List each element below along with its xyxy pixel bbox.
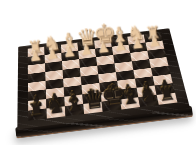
- square-r8c3: ♝: [65, 104, 84, 116]
- white-rook-piece: ♜: [26, 38, 45, 57]
- white-king-piece: ♚: [92, 21, 112, 49]
- square-r8c5: ♚: [102, 100, 122, 112]
- white-knight-piece: ♞: [42, 33, 61, 55]
- white-queen-piece: ♛: [75, 25, 95, 50]
- square-r7c1: ♟: [28, 99, 46, 111]
- white-knight-piece: ♞: [126, 23, 145, 45]
- product-photo-stage: ♜♞♝♛♚♝♞♜♟♟♟♟♟♟♟♟♟♟♟♟♟♟♟♟♜♞♝♛♚♝♞♜: [0, 0, 196, 145]
- square-r7c8: ♟: [155, 83, 175, 95]
- square-r8c4: ♛: [83, 102, 103, 114]
- white-rook-piece: ♜: [143, 23, 162, 42]
- white-bishop-piece: ♝: [59, 30, 78, 52]
- square-r7c5: ♟: [100, 90, 120, 102]
- square-r7c6: ♟: [119, 88, 139, 100]
- square-r7c3: ♟: [64, 95, 83, 107]
- square-r7c2: ♟: [46, 97, 65, 109]
- chessboard-scene: ♜♞♝♛♚♝♞♜♟♟♟♟♟♟♟♟♟♟♟♟♟♟♟♟♜♞♝♛♚♝♞♜: [0, 0, 196, 145]
- square-r8c1: ♜: [28, 109, 47, 121]
- square-r8c7: ♞: [138, 95, 158, 107]
- square-r8c8: ♜: [157, 93, 178, 105]
- square-r8c6: ♝: [120, 97, 140, 109]
- white-bishop-piece: ♝: [109, 24, 128, 46]
- square-r8c2: ♞: [47, 106, 66, 118]
